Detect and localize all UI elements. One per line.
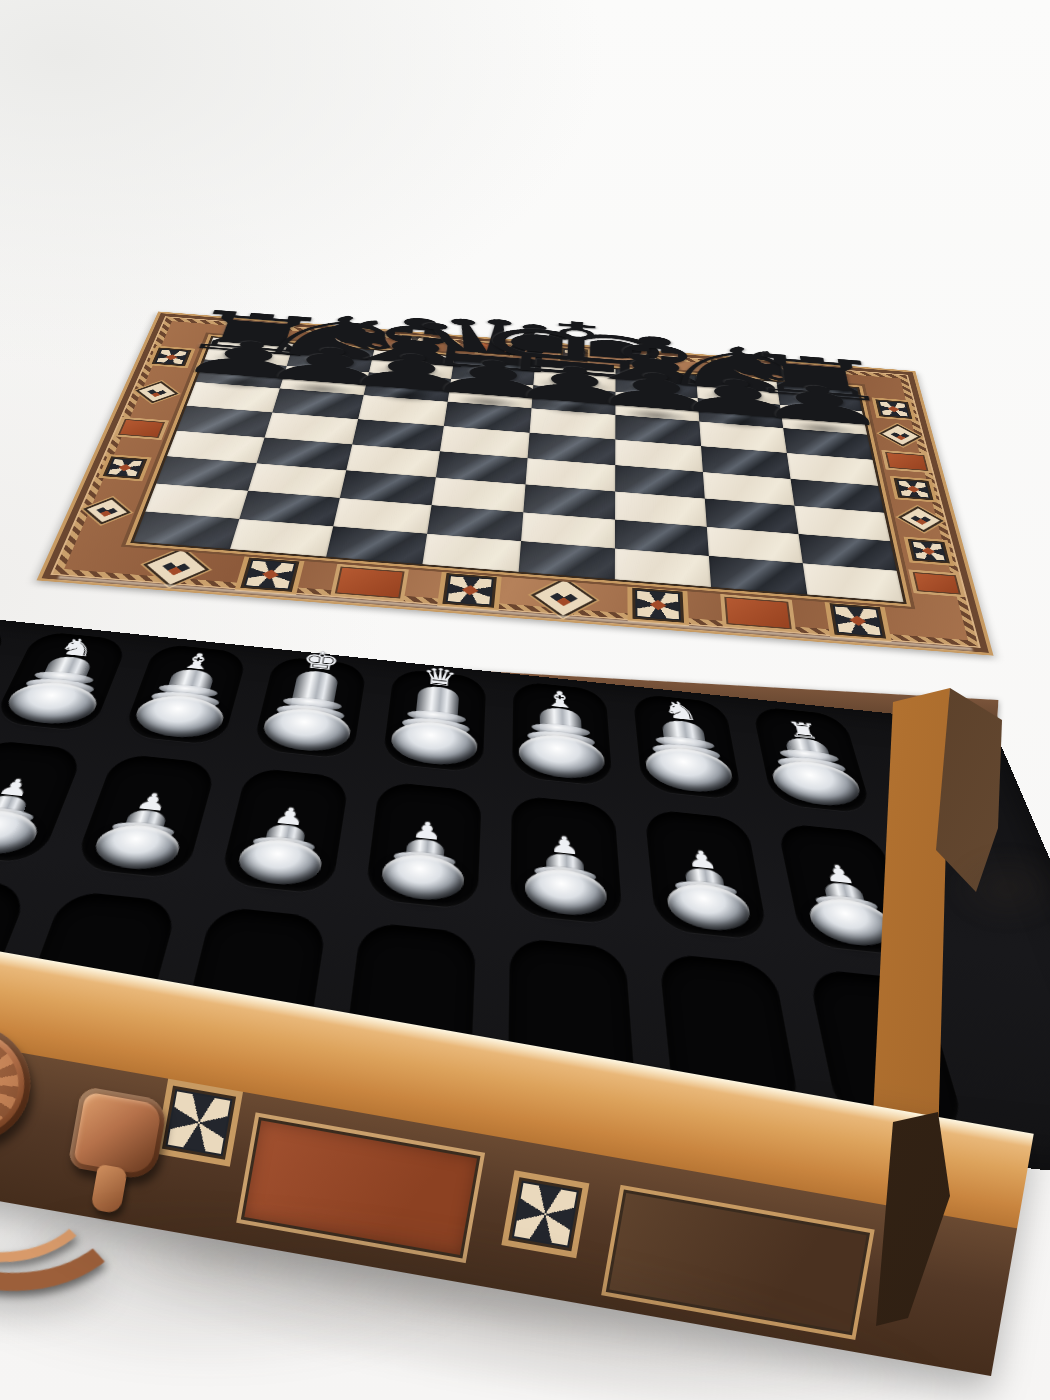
- drawer-slot-r2-5-pawn[interactable]: ♟: [364, 781, 481, 910]
- stored-white-pawn[interactable]: ♟: [218, 767, 349, 895]
- silver-piece-base: [665, 881, 753, 934]
- pawn-glyph: ♟: [133, 790, 171, 815]
- stored-white-knight[interactable]: ♞: [0, 631, 129, 732]
- stored-white-bishop[interactable]: ♝: [512, 681, 613, 787]
- mosaic-diamond-tile: [139, 547, 212, 588]
- drawer-slot-r1-5-queen[interactable]: ♛: [382, 668, 486, 773]
- mosaic-star-tile: [890, 476, 938, 503]
- drawer-red-panel-inlay: [236, 1112, 485, 1263]
- mosaic-star-tile: [904, 536, 955, 565]
- handle-knob-mount: [67, 1086, 168, 1182]
- pawn-glyph: ♟: [685, 847, 719, 873]
- king-glyph: ♚: [300, 648, 342, 675]
- drawer-slot-r1-6-bishop[interactable]: ♝: [512, 681, 613, 787]
- stored-white-bishop[interactable]: ♝: [122, 643, 248, 746]
- stored-white-rook[interactable]: ♜: [752, 706, 873, 814]
- drawer-slot-r2-7-pawn[interactable]: ♟: [644, 809, 769, 941]
- silver-piece-base: [644, 745, 736, 796]
- queen-glyph: ♛: [421, 664, 459, 691]
- mosaic-diamond-tile: [532, 577, 594, 619]
- pawn-glyph: ♟: [272, 804, 308, 830]
- stored-white-pawn[interactable]: ♟: [364, 781, 481, 910]
- silver-piece-base: [769, 758, 865, 809]
- rook-glyph: ♜: [785, 718, 821, 742]
- mosaic-red-tile: [114, 417, 170, 440]
- stored-white-knight[interactable]: ♞: [633, 693, 743, 800]
- mosaic-star-tile: [234, 554, 305, 595]
- mosaic-diamond-tile: [133, 381, 180, 404]
- pawn-glyph: ♟: [410, 818, 443, 844]
- scene: ♜♞♝♛♚♝♞♜♟♟♟♟♟♟♟♟ ♜♞♝♚♛♝♞♜♟♟♟♟♟♟♟♟: [0, 0, 1050, 1400]
- stored-white-pawn[interactable]: ♟: [510, 795, 623, 926]
- mosaic-star-tile: [627, 584, 689, 626]
- mosaic-red-tile: [881, 450, 932, 473]
- knight-glyph: ♞: [54, 635, 100, 661]
- mosaic-red-tile: [720, 594, 796, 632]
- mosaic-red-tile: [330, 564, 409, 601]
- drawer-slot-r2-4-pawn[interactable]: ♟: [218, 767, 349, 895]
- stored-white-pawn[interactable]: ♟: [73, 753, 218, 879]
- drawer-slot-r1-4-king[interactable]: ♚: [252, 656, 367, 760]
- mosaic-red-tile: [908, 570, 965, 598]
- drawer-slot-r2-3-pawn[interactable]: ♟: [73, 753, 218, 879]
- pieces-layer: ♜♞♝♛♚♝♞♜♟♟♟♟♟♟♟♟: [158, 311, 915, 371]
- bishop-glyph: ♝: [543, 688, 576, 713]
- stored-white-pawn[interactable]: ♟: [776, 823, 915, 957]
- drawer-slot-r1-7-knight[interactable]: ♞: [633, 693, 743, 800]
- pawn-glyph: ♟: [0, 775, 35, 800]
- pawn-glyph: ♟: [549, 833, 581, 859]
- knight-glyph: ♞: [661, 697, 701, 725]
- silver-piece-base: [0, 807, 44, 858]
- mosaic-star-tile: [824, 600, 891, 642]
- silver-piece-base: [806, 896, 899, 950]
- drawer-slot-r2-8-pawn[interactable]: ♟: [776, 823, 915, 957]
- mosaic-diamond-tile: [80, 497, 134, 525]
- mosaic-diamond-tile: [897, 506, 944, 533]
- pawn-glyph: ♟: [821, 861, 858, 888]
- mosaic-star-tile: [437, 570, 502, 611]
- drawer-slot-r1-3-bishop[interactable]: ♝: [122, 643, 248, 746]
- mosaic-star-tile: [98, 454, 152, 481]
- drawer-slot-r1-2-knight[interactable]: ♞: [0, 631, 129, 732]
- drawer-slot-r1-8-rook[interactable]: ♜: [752, 706, 873, 814]
- silver-piece-base: [525, 866, 608, 919]
- drawer-slot-r2-2-pawn[interactable]: ♟: [0, 739, 85, 864]
- stored-white-pawn[interactable]: ♟: [0, 739, 85, 864]
- drawer-walnut-panel-inlay: [601, 1185, 875, 1340]
- drawer-star-inlay-2: [501, 1170, 589, 1258]
- bishop-glyph: ♝: [178, 650, 217, 674]
- stored-white-pawn[interactable]: ♟: [644, 809, 769, 941]
- board-3d-plane: ♜♞♝♛♚♝♞♜♟♟♟♟♟♟♟♟: [36, 311, 993, 655]
- silver-piece-base: [519, 732, 606, 782]
- stored-white-queen[interactable]: ♛: [382, 668, 486, 773]
- stored-white-king[interactable]: ♚: [252, 656, 367, 760]
- drawer-slot-r2-6-pawn[interactable]: ♟: [510, 795, 623, 926]
